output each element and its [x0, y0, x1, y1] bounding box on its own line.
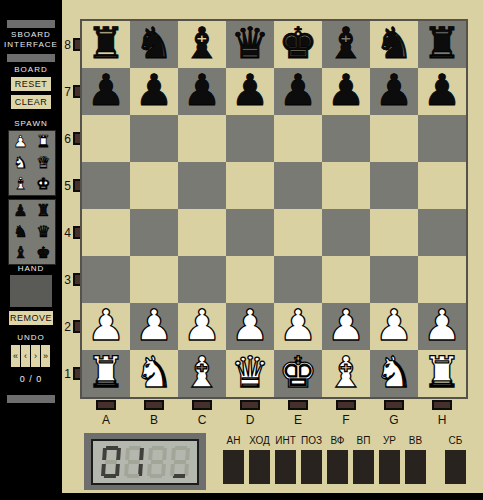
spawn-white-bishop[interactable]: ♝ [13, 175, 27, 193]
file-g-led [384, 400, 404, 410]
square-e2[interactable]: ♟ [274, 303, 322, 350]
app-title-line1: SBOARD [0, 30, 62, 39]
white-pawn[interactable]: ♟ [322, 303, 370, 348]
control-vv-label: ВВ [409, 434, 422, 447]
square-b3[interactable] [130, 256, 178, 303]
control-vf-button[interactable] [327, 450, 348, 484]
black-pawn[interactable]: ♟ [226, 68, 274, 113]
undo-step-back-button[interactable]: ‹ [21, 345, 30, 367]
spawn-black-pawn[interactable]: ♟ [13, 202, 27, 220]
square-d7[interactable]: ♟ [226, 68, 274, 115]
square-d6[interactable] [226, 115, 274, 162]
undo-counter: 0 / 0 [0, 374, 62, 384]
spawn-white-rook[interactable]: ♜ [36, 133, 50, 151]
square-a1[interactable]: ♜ [82, 350, 130, 397]
square-f6[interactable] [322, 115, 370, 162]
square-d3[interactable] [226, 256, 274, 303]
white-pawn[interactable]: ♟ [274, 303, 322, 348]
control-hod-button[interactable] [249, 450, 270, 484]
square-g1[interactable]: ♞ [370, 350, 418, 397]
black-king[interactable]: ♚ [274, 21, 322, 66]
file-a-led [96, 400, 116, 410]
file-b-led [144, 400, 164, 410]
square-f2[interactable]: ♟ [322, 303, 370, 350]
white-king[interactable]: ♚ [274, 350, 322, 395]
control-int: ИНТ [275, 434, 296, 484]
lcd-display-bezel [84, 433, 206, 490]
file-h-led [432, 400, 452, 410]
black-queen[interactable]: ♛ [226, 21, 274, 66]
square-e6[interactable] [274, 115, 322, 162]
square-a3[interactable] [82, 256, 130, 303]
rank-label-2: 2 [64, 320, 71, 334]
square-b1[interactable]: ♞ [130, 350, 178, 397]
square-g2[interactable]: ♟ [370, 303, 418, 350]
white-pawn[interactable]: ♟ [418, 303, 466, 348]
white-pawn[interactable]: ♟ [130, 303, 178, 348]
black-pawn[interactable]: ♟ [418, 68, 466, 113]
black-pawn[interactable]: ♟ [370, 68, 418, 113]
square-e3[interactable] [274, 256, 322, 303]
control-poz: ПОЗ [301, 434, 322, 484]
black-pawn[interactable]: ♟ [274, 68, 322, 113]
square-a8[interactable]: ♜ [82, 21, 130, 68]
black-pawn[interactable]: ♟ [82, 68, 130, 113]
square-c7[interactable]: ♟ [178, 68, 226, 115]
square-f4[interactable] [322, 209, 370, 256]
white-knight[interactable]: ♞ [370, 350, 418, 395]
control-vv-button[interactable] [405, 450, 426, 484]
square-c4[interactable] [178, 209, 226, 256]
square-g4[interactable] [370, 209, 418, 256]
white-pawn[interactable]: ♟ [370, 303, 418, 348]
lcd-digit-4 [169, 446, 189, 478]
reset-button[interactable]: RESET [11, 77, 51, 91]
square-g5[interactable] [370, 162, 418, 209]
control-an-label: АН [227, 434, 241, 447]
square-b4[interactable] [130, 209, 178, 256]
rank-label-8: 8 [64, 38, 71, 52]
control-poz-label: ПОЗ [301, 434, 322, 447]
spawn-black-queen[interactable]: ♛ [36, 223, 50, 241]
black-bishop[interactable]: ♝ [178, 21, 226, 66]
black-pawn[interactable]: ♟ [322, 68, 370, 113]
lcd-screen [91, 439, 199, 485]
hand-section-label: HAND [0, 264, 62, 273]
square-h7[interactable]: ♟ [418, 68, 466, 115]
control-button-row: АНХОДИНТПОЗВФВПУРВВСБ [223, 434, 466, 484]
square-h1[interactable]: ♜ [418, 350, 466, 397]
board-section-label: BOARD [0, 65, 62, 74]
white-rook[interactable]: ♜ [418, 350, 466, 395]
file-c-led [192, 400, 212, 410]
white-bishop[interactable]: ♝ [178, 350, 226, 395]
square-g6[interactable] [370, 115, 418, 162]
undo-jump-back-button[interactable]: « [11, 345, 20, 367]
square-d2[interactable]: ♟ [226, 303, 274, 350]
white-queen[interactable]: ♛ [226, 350, 274, 395]
remove-button[interactable]: REMOVE [9, 311, 53, 325]
spawn-section-label: SPAWN [0, 119, 62, 128]
file-label-g: G [389, 413, 398, 427]
file-label-c: C [198, 413, 207, 427]
divider-bar [7, 395, 55, 403]
control-vf-label: ВФ [331, 434, 345, 447]
square-a5[interactable] [82, 162, 130, 209]
rank-label-6: 6 [64, 132, 71, 146]
square-h2[interactable]: ♟ [418, 303, 466, 350]
app-title-line2: INTERFACE [0, 40, 62, 49]
control-vp-button[interactable] [353, 450, 374, 484]
square-b6[interactable] [130, 115, 178, 162]
square-f3[interactable] [322, 256, 370, 303]
square-e1[interactable]: ♚ [274, 350, 322, 397]
lcd-digit-1 [100, 446, 120, 478]
square-c6[interactable] [178, 115, 226, 162]
bottom-edge [0, 493, 483, 500]
black-knight[interactable]: ♞ [130, 21, 178, 66]
square-h6[interactable] [418, 115, 466, 162]
spawn-box-white: ♟♜♞♛♝♚ [8, 130, 56, 196]
rank-label-7: 7 [64, 85, 71, 99]
control-ur-label: УР [383, 434, 396, 447]
square-f7[interactable]: ♟ [322, 68, 370, 115]
control-sb: СБ [445, 434, 466, 484]
white-bishop[interactable]: ♝ [322, 350, 370, 395]
square-g7[interactable]: ♟ [370, 68, 418, 115]
square-c1[interactable]: ♝ [178, 350, 226, 397]
square-f1[interactable]: ♝ [322, 350, 370, 397]
square-b7[interactable]: ♟ [130, 68, 178, 115]
square-h4[interactable] [418, 209, 466, 256]
square-d4[interactable] [226, 209, 274, 256]
square-g3[interactable] [370, 256, 418, 303]
square-c2[interactable]: ♟ [178, 303, 226, 350]
control-poz-button[interactable] [301, 450, 322, 484]
square-c8[interactable]: ♝ [178, 21, 226, 68]
file-label-f: F [342, 413, 349, 427]
undo-jump-forward-button[interactable]: » [41, 345, 50, 367]
control-int-label: ИНТ [275, 434, 296, 447]
control-hod-label: ХОД [249, 434, 270, 447]
file-label-h: H [438, 413, 447, 427]
clear-button[interactable]: CLEAR [11, 95, 51, 109]
square-b5[interactable] [130, 162, 178, 209]
file-labels: ABCDEFGH [82, 400, 466, 427]
white-rook[interactable]: ♜ [82, 350, 130, 395]
control-hod: ХОД [249, 434, 270, 484]
square-a4[interactable] [82, 209, 130, 256]
rank-label-3: 3 [64, 273, 71, 287]
file-e-led [288, 400, 308, 410]
hand-slot[interactable] [10, 275, 52, 307]
rank-label-5: 5 [64, 179, 71, 193]
divider-bar [7, 54, 55, 62]
black-knight[interactable]: ♞ [370, 21, 418, 66]
lcd-digit-3 [146, 446, 166, 478]
white-pawn[interactable]: ♟ [178, 303, 226, 348]
file-f-led [336, 400, 356, 410]
white-pawn[interactable]: ♟ [82, 303, 130, 348]
square-d8[interactable]: ♛ [226, 21, 274, 68]
control-ur: УР [379, 434, 400, 484]
divider-bar [7, 20, 55, 28]
square-e5[interactable] [274, 162, 322, 209]
square-b8[interactable]: ♞ [130, 21, 178, 68]
spawn-white-pawn[interactable]: ♟ [13, 133, 27, 151]
white-knight[interactable]: ♞ [130, 350, 178, 395]
control-an: АН [223, 434, 244, 484]
spawn-black-knight[interactable]: ♞ [13, 223, 27, 241]
square-e8[interactable]: ♚ [274, 21, 322, 68]
square-f5[interactable] [322, 162, 370, 209]
rank-label-4: 4 [64, 226, 71, 240]
control-int-button[interactable] [275, 450, 296, 484]
square-b2[interactable]: ♟ [130, 303, 178, 350]
square-d5[interactable] [226, 162, 274, 209]
black-rook[interactable]: ♜ [418, 21, 466, 66]
spawn-white-king[interactable]: ♚ [36, 175, 50, 193]
control-vp: ВП [353, 434, 374, 484]
square-c3[interactable] [178, 256, 226, 303]
control-vp-label: ВП [357, 434, 371, 447]
black-rook[interactable]: ♜ [82, 21, 130, 66]
square-a2[interactable]: ♟ [82, 303, 130, 350]
sidebar: SBOARD INTERFACE BOARD RESET CLEAR SPAWN… [0, 0, 62, 500]
square-h3[interactable] [418, 256, 466, 303]
undo-section-label: UNDO [0, 333, 62, 342]
chess-computer-app: SBOARD INTERFACE BOARD RESET CLEAR SPAWN… [0, 0, 483, 500]
file-label-b: B [150, 413, 158, 427]
file-d-led [240, 400, 260, 410]
control-ur-button[interactable] [379, 450, 400, 484]
square-h8[interactable]: ♜ [418, 21, 466, 68]
undo-step-forward-button[interactable]: › [31, 345, 40, 367]
spawn-white-queen[interactable]: ♛ [36, 154, 50, 172]
white-pawn[interactable]: ♟ [226, 303, 274, 348]
black-pawn[interactable]: ♟ [130, 68, 178, 113]
control-an-button[interactable] [223, 450, 244, 484]
spawn-black-king[interactable]: ♚ [36, 244, 50, 262]
chess-board: ♜♞♝♛♚♝♞♜♟♟♟♟♟♟♟♟♟♟♟♟♟♟♟♟♜♞♝♛♚♝♞♜ [80, 19, 468, 399]
spawn-white-knight[interactable]: ♞ [13, 154, 27, 172]
black-bishop[interactable]: ♝ [322, 21, 370, 66]
square-d1[interactable]: ♛ [226, 350, 274, 397]
control-vf: ВФ [327, 434, 348, 484]
square-e4[interactable] [274, 209, 322, 256]
square-a6[interactable] [82, 115, 130, 162]
square-c5[interactable] [178, 162, 226, 209]
square-f8[interactable]: ♝ [322, 21, 370, 68]
square-a7[interactable]: ♟ [82, 68, 130, 115]
file-label-e: E [294, 413, 302, 427]
lcd-digit-2 [123, 446, 143, 478]
undo-controls: «‹›» [11, 345, 50, 367]
square-e7[interactable]: ♟ [274, 68, 322, 115]
control-vv: ВВ [405, 434, 426, 484]
control-sb-button[interactable] [445, 450, 466, 484]
control-sb-label: СБ [449, 434, 463, 447]
file-label-a: A [102, 413, 110, 427]
black-pawn[interactable]: ♟ [178, 68, 226, 113]
spawn-black-bishop[interactable]: ♝ [13, 244, 27, 262]
file-label-d: D [246, 413, 255, 427]
spawn-black-rook[interactable]: ♜ [36, 202, 50, 220]
square-g8[interactable]: ♞ [370, 21, 418, 68]
square-h5[interactable] [418, 162, 466, 209]
rank-label-1: 1 [64, 367, 71, 381]
spawn-box-black: ♟♜♞♛♝♚ [8, 199, 56, 265]
